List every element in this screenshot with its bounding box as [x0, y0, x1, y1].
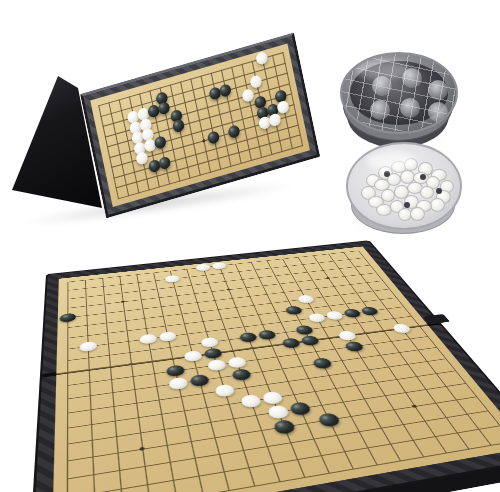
- grid-line-vertical: [298, 257, 425, 457]
- go-stone-black: [272, 419, 297, 435]
- go-stone-black: [284, 305, 303, 315]
- black-stone-container: [340, 52, 458, 148]
- grid-line-horizontal: [67, 289, 390, 328]
- grid-line-vertical: [313, 255, 447, 453]
- go-stone-black: [230, 368, 251, 381]
- folded-board: [80, 32, 320, 217]
- grid-line-vertical: [85, 280, 96, 492]
- star-point: [139, 447, 144, 451]
- lid-vent-hole: [436, 188, 442, 194]
- go-stone-white: [241, 87, 255, 102]
- lid-gloss-highlight: [356, 60, 410, 80]
- grid-line-horizontal: [67, 336, 428, 386]
- go-stone-black: [157, 101, 171, 116]
- go-stone-white: [226, 356, 247, 368]
- go-stone-black: [59, 312, 75, 322]
- go-stone-black: [158, 155, 172, 170]
- go-stone-white: [390, 323, 412, 334]
- go-stone-black: [207, 130, 221, 145]
- product-photo-stage: [0, 0, 500, 492]
- white-go-stone-in-container: [410, 207, 425, 221]
- go-stone-black: [316, 412, 341, 428]
- go-stone-white: [296, 294, 315, 303]
- go-stone-white: [195, 263, 211, 271]
- grid-line-horizontal: [67, 410, 489, 479]
- go-stone-black: [288, 401, 312, 416]
- go-stone-white: [261, 390, 284, 404]
- go-stone-white: [211, 262, 227, 270]
- grid-line-vertical: [98, 105, 119, 199]
- go-stone-white: [239, 394, 262, 409]
- black-container-lid: [340, 52, 458, 134]
- go-stone-black: [257, 329, 277, 340]
- go-stone-black: [238, 332, 258, 343]
- go-stone-white: [183, 350, 203, 362]
- grid-line-vertical: [231, 67, 252, 161]
- go-stone-white: [324, 310, 344, 320]
- go-stone-white: [167, 377, 188, 391]
- grid-line-horizontal: [67, 358, 447, 413]
- go-stone-white: [139, 333, 157, 344]
- star-point: [121, 301, 125, 303]
- go-stone-black: [280, 337, 301, 348]
- go-stone-white: [213, 383, 235, 397]
- white-container-body: [346, 142, 462, 230]
- grid-line-horizontal: [67, 396, 478, 461]
- grid-line-horizontal: [67, 383, 467, 445]
- star-point: [129, 363, 133, 366]
- grid-line-horizontal: [67, 370, 456, 428]
- go-stone-black: [203, 347, 223, 359]
- grid-line-horizontal: [67, 347, 437, 399]
- white-stone-container: [346, 142, 462, 234]
- go-stone-black: [218, 83, 232, 98]
- flat-board: [29, 240, 500, 492]
- go-stone-black: [299, 335, 320, 346]
- go-stone-black: [189, 374, 210, 387]
- go-stone-white: [206, 359, 227, 372]
- grid-line-vertical: [108, 102, 129, 196]
- go-stone-white: [164, 275, 180, 283]
- go-stone-black: [165, 364, 185, 377]
- grid-line-horizontal: [67, 273, 377, 309]
- star-point: [281, 425, 287, 429]
- white-go-stone-in-container: [420, 186, 434, 199]
- go-stone-black: [294, 325, 314, 336]
- folded-board-surface: [90, 44, 310, 207]
- go-stone-white: [79, 341, 97, 353]
- go-stone-white: [306, 312, 326, 322]
- go-stone-black: [343, 341, 365, 353]
- go-stone-white: [268, 112, 282, 127]
- go-stone-white: [255, 51, 269, 66]
- lid-vent-hole: [420, 174, 426, 180]
- go-stone-white: [336, 330, 357, 341]
- grid-line-vertical: [190, 79, 211, 173]
- white-go-stone-in-container: [430, 198, 445, 212]
- flat-board-surface: [52, 246, 500, 492]
- star-point: [411, 404, 417, 408]
- grid-line-vertical: [358, 251, 500, 442]
- go-stone-black: [359, 306, 379, 316]
- grid-line-vertical: [328, 254, 470, 450]
- go-stone-white: [135, 151, 149, 166]
- grid-line-horizontal: [67, 265, 370, 299]
- go-stone-black: [153, 135, 167, 150]
- lid-vent-hole: [404, 202, 410, 208]
- container-gloss-highlight: [366, 152, 416, 170]
- grid-line-vertical: [102, 278, 123, 492]
- hinge-mark-left: [42, 372, 57, 378]
- go-stone-white: [158, 331, 177, 342]
- go-stone-black: [342, 308, 362, 318]
- grid-line-vertical: [343, 252, 492, 446]
- go-stone-white: [266, 404, 290, 419]
- lid-vent-hole: [384, 171, 390, 177]
- go-stone-black: [311, 357, 333, 369]
- go-stone-white: [249, 74, 263, 89]
- go-stone-black: [172, 118, 186, 133]
- go-stone-white: [199, 336, 218, 347]
- go-stone-black: [227, 124, 241, 139]
